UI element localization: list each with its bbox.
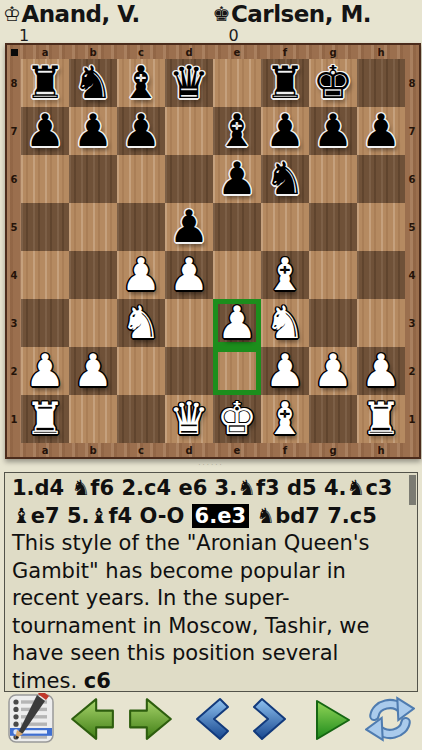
square-h1[interactable]: ♜ [357,395,405,443]
square-f7[interactable]: ♟ [261,107,309,155]
move-text[interactable]: c6 [84,669,111,693]
white-pawn: ♟ [361,347,401,395]
rank-label-left-8: 8 [7,59,21,107]
square-d4[interactable]: ♟ [165,251,213,299]
rank-label-right-7: 7 [405,107,419,155]
white-king-icon: ♔ [3,1,20,28]
rank-label-right-8: 8 [405,59,419,107]
black-rook: ♜ [25,59,65,107]
square-g4[interactable] [309,251,357,299]
square-g7[interactable]: ♟ [309,107,357,155]
white-player: ♔ Anand, V. 1 [3,1,213,43]
square-e2[interactable] [213,347,261,395]
square-b3[interactable] [69,299,117,347]
green-arrow-left-icon [68,695,116,746]
white-pawn: ♟ [265,347,305,395]
black-score: 0 [229,28,422,43]
square-a1[interactable]: ♜ [21,395,69,443]
square-e1[interactable]: ♚ [213,395,261,443]
side-to-move-marker-icon [11,49,18,56]
rank-label-left-2: 2 [7,347,21,395]
square-e8[interactable] [213,59,261,107]
black-pawn: ♟ [361,107,401,155]
square-c7[interactable]: ♟ [117,107,165,155]
black-player-name: ♚ Carlsen, M. [213,1,422,28]
file-label-bottom-f: f [261,443,309,457]
square-f2[interactable]: ♟ [261,347,309,395]
square-g3[interactable] [309,299,357,347]
black-knight: ♞ [265,155,305,203]
file-label-top-h: h [357,45,405,59]
rank-label-left-4: 4 [7,251,21,299]
green-arrow-right-icon [127,695,175,746]
square-e5[interactable] [213,203,261,251]
square-b6[interactable] [69,155,117,203]
black-knight: ♞ [73,59,113,107]
drag-handle-icon[interactable]: ······ [198,462,223,469]
square-c6[interactable] [117,155,165,203]
square-e7[interactable]: ♝ [213,107,261,155]
rank-label-right-6: 6 [405,155,419,203]
square-c8[interactable]: ♝ [117,59,165,107]
square-b7[interactable]: ♟ [69,107,117,155]
previous-move-button[interactable] [184,695,238,747]
chess-board[interactable]: abcdefgh8♜♞♝♛♜♚87♟♟♟♝♟♟♟76♟♞65♟54♟♟♝43♞♟… [7,45,419,457]
black-pawn: ♟ [25,107,65,155]
square-d5[interactable]: ♟ [165,203,213,251]
black-pawn: ♟ [265,107,305,155]
board-corner-bottomright [405,443,419,457]
white-pawn: ♟ [217,299,257,347]
square-b5[interactable] [69,203,117,251]
square-f8[interactable]: ♜ [261,59,309,107]
rank-label-left-7: 7 [7,107,21,155]
game-list-edit-button[interactable] [5,695,59,747]
black-name-text: Carlsen, M. [231,1,371,28]
board-corner-bottomleft [7,443,21,457]
board-corner-topleft [7,45,21,59]
board-text-divider[interactable]: ······ [0,459,422,472]
square-c3[interactable]: ♞ [117,299,165,347]
square-d6[interactable] [165,155,213,203]
black-king: ♚ [313,59,353,107]
square-d7[interactable] [165,107,213,155]
square-h4[interactable] [357,251,405,299]
blue-chevron-right-icon [248,695,294,746]
square-a4[interactable] [21,251,69,299]
square-d8[interactable]: ♛ [165,59,213,107]
black-rook: ♜ [265,59,305,107]
white-score: 1 [19,28,213,43]
square-c4[interactable]: ♟ [117,251,165,299]
black-queen: ♛ [169,59,209,107]
black-bishop: ♝ [121,59,161,107]
black-king-icon: ♚ [213,1,230,28]
square-f6[interactable]: ♞ [261,155,309,203]
game-header: ♔ Anand, V. 1 ♚ Carlsen, M. 0 [0,0,422,43]
scrollbar-thumb[interactable] [409,475,416,505]
move-text[interactable]: ♞bd7 7.c5 [249,504,377,528]
file-label-bottom-d: d [165,443,213,457]
rank-label-left-1: 1 [7,395,21,443]
black-bishop: ♝ [217,107,257,155]
square-g5[interactable] [309,203,357,251]
square-h8[interactable] [357,59,405,107]
green-play-icon [307,695,353,746]
file-label-bottom-e: e [213,443,261,457]
rank-label-right-1: 1 [405,395,419,443]
square-f3[interactable]: ♞ [261,299,309,347]
rank-label-right-3: 3 [405,299,419,347]
square-c2[interactable] [117,347,165,395]
file-label-bottom-h: h [357,443,405,457]
board-corner-topright [405,45,419,59]
forward-button[interactable] [124,695,178,747]
file-label-bottom-b: b [69,443,117,457]
back-button[interactable] [65,695,119,747]
square-d3[interactable] [165,299,213,347]
square-b1[interactable] [69,395,117,443]
square-g2[interactable]: ♟ [309,347,357,395]
white-rook: ♜ [25,395,65,443]
square-h3[interactable] [357,299,405,347]
board-frame: abcdefgh8♜♞♝♛♜♚87♟♟♟♝♟♟♟76♟♞65♟54♟♟♝43♞♟… [5,43,421,459]
square-g1[interactable] [309,395,357,443]
white-pawn: ♟ [121,251,161,299]
black-pawn: ♟ [121,107,161,155]
square-g6[interactable] [309,155,357,203]
file-label-bottom-g: g [309,443,357,457]
play-button[interactable] [303,695,357,747]
white-king: ♚ [217,395,257,443]
white-pawn: ♟ [169,251,209,299]
blue-chevron-left-icon [188,695,234,746]
rank-label-left-3: 3 [7,299,21,347]
square-f4[interactable]: ♝ [261,251,309,299]
white-pawn: ♟ [313,347,353,395]
refresh-button[interactable] [363,695,417,747]
square-h5[interactable] [357,203,405,251]
white-knight: ♞ [121,299,161,347]
rank-label-right-4: 4 [405,251,419,299]
square-b4[interactable] [69,251,117,299]
bottom-toolbar [0,692,422,749]
black-pawn: ♟ [73,107,113,155]
square-e4[interactable] [213,251,261,299]
square-b8[interactable]: ♞ [69,59,117,107]
rank-label-right-2: 2 [405,347,419,395]
square-h6[interactable] [357,155,405,203]
square-a3[interactable] [21,299,69,347]
white-pawn: ♟ [73,347,113,395]
white-queen: ♛ [169,395,209,443]
black-pawn: ♟ [217,155,257,203]
white-bishop: ♝ [265,251,305,299]
square-a2[interactable]: ♟ [21,347,69,395]
next-move-button[interactable] [244,695,298,747]
square-f5[interactable] [261,203,309,251]
white-bishop: ♝ [265,395,305,443]
black-pawn: ♟ [169,203,209,251]
notation-text[interactable]: 1.d4 ♞f6 2.c4 e6 3.♞f3 d5 4.♞c3 ♝e7 5.♝f… [5,473,417,692]
square-e3[interactable]: ♟ [213,299,261,347]
rank-label-left-6: 6 [7,155,21,203]
notation-panel[interactable]: 1.d4 ♞f6 2.c4 e6 3.♞f3 d5 4.♞c3 ♝e7 5.♝f… [4,472,418,692]
square-c1[interactable] [117,395,165,443]
square-d2[interactable] [165,347,213,395]
annotation-text: This style of the "Aronian Queen's Gambi… [12,531,369,692]
current-move-text[interactable]: 6.e3 [192,504,249,528]
square-f1[interactable]: ♝ [261,395,309,443]
black-player: ♚ Carlsen, M. 0 [213,1,422,43]
square-a6[interactable] [21,155,69,203]
square-b2[interactable]: ♟ [69,347,117,395]
white-rook: ♜ [361,395,401,443]
rank-label-left-5: 5 [7,203,21,251]
square-e6[interactable]: ♟ [213,155,261,203]
square-g8[interactable]: ♚ [309,59,357,107]
square-h7[interactable]: ♟ [357,107,405,155]
white-pawn: ♟ [25,347,65,395]
square-d1[interactable]: ♛ [165,395,213,443]
file-label-bottom-a: a [21,443,69,457]
rank-label-right-5: 5 [405,203,419,251]
white-knight: ♞ [265,299,305,347]
white-name-text: Anand, V. [21,1,139,28]
square-a8[interactable]: ♜ [21,59,69,107]
white-player-name: ♔ Anand, V. [3,1,213,28]
square-a5[interactable] [21,203,69,251]
square-c5[interactable] [117,203,165,251]
square-a7[interactable]: ♟ [21,107,69,155]
file-label-top-e: e [213,45,261,59]
square-h2[interactable]: ♟ [357,347,405,395]
black-pawn: ♟ [313,107,353,155]
blue-refresh-icon [365,694,415,747]
file-label-bottom-c: c [117,443,165,457]
notes-pencil-icon [7,693,57,748]
